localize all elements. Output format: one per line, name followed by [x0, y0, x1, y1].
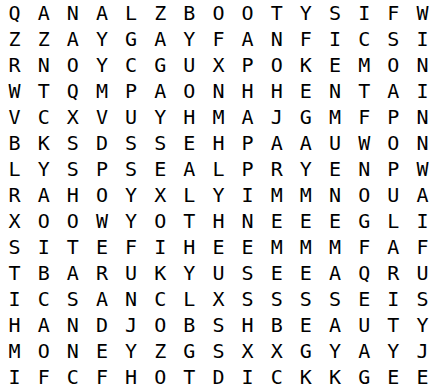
- grid-cell-r11c2[interactable]: B: [29, 260, 58, 286]
- grid-cell-r9c15[interactable]: I: [408, 208, 437, 234]
- grid-cell-r5c7[interactable]: H: [175, 104, 204, 130]
- grid-cell-r14c13[interactable]: A: [350, 338, 379, 364]
- grid-cell-r2c6[interactable]: A: [146, 26, 175, 52]
- grid-cell-r7c11[interactable]: Y: [291, 156, 320, 182]
- grid-cell-r8c10[interactable]: M: [262, 182, 291, 208]
- grid-cell-r10c6[interactable]: I: [146, 234, 175, 260]
- grid-cell-r2c3[interactable]: A: [58, 26, 87, 52]
- grid-cell-r13c9[interactable]: H: [233, 312, 262, 338]
- grid-cell-r8c7[interactable]: L: [175, 182, 204, 208]
- grid-cell-r1c10[interactable]: T: [262, 0, 291, 26]
- grid-cell-r4c4[interactable]: M: [87, 78, 116, 104]
- grid-cell-r8c9[interactable]: I: [233, 182, 262, 208]
- grid-cell-r1c5[interactable]: L: [117, 0, 146, 26]
- grid-cell-r1c4[interactable]: A: [87, 0, 116, 26]
- grid-cell-r1c12[interactable]: S: [320, 0, 349, 26]
- grid-cell-r13c8[interactable]: S: [204, 312, 233, 338]
- grid-cell-r11c14[interactable]: R: [379, 260, 408, 286]
- grid-cell-r10c14[interactable]: A: [379, 234, 408, 260]
- grid-cell-r15c3[interactable]: C: [58, 364, 87, 390]
- grid-cell-r2c5[interactable]: G: [117, 26, 146, 52]
- grid-cell-r15c4[interactable]: F: [87, 364, 116, 390]
- grid-cell-r8c13[interactable]: O: [350, 182, 379, 208]
- grid-cell-r5c1[interactable]: V: [0, 104, 29, 130]
- grid-cell-r4c1[interactable]: W: [0, 78, 29, 104]
- grid-cell-r6c3[interactable]: S: [58, 130, 87, 156]
- grid-cell-r5c4[interactable]: V: [87, 104, 116, 130]
- grid-cell-r14c5[interactable]: Y: [117, 338, 146, 364]
- grid-cell-r9c9[interactable]: N: [233, 208, 262, 234]
- grid-cell-r11c8[interactable]: U: [204, 260, 233, 286]
- grid-cell-r13c13[interactable]: U: [350, 312, 379, 338]
- grid-cell-r10c10[interactable]: M: [262, 234, 291, 260]
- grid-cell-r5c3[interactable]: X: [58, 104, 87, 130]
- grid-cell-r14c3[interactable]: N: [58, 338, 87, 364]
- grid-cell-r14c12[interactable]: Y: [320, 338, 349, 364]
- grid-cell-r9c1[interactable]: X: [0, 208, 29, 234]
- grid-cell-r10c5[interactable]: F: [117, 234, 146, 260]
- grid-cell-r11c6[interactable]: K: [146, 260, 175, 286]
- grid-cell-r1c8[interactable]: O: [204, 0, 233, 26]
- grid-cell-r7c8[interactable]: L: [204, 156, 233, 182]
- grid-cell-r3c8[interactable]: X: [204, 52, 233, 78]
- grid-cell-r5c13[interactable]: F: [350, 104, 379, 130]
- grid-cell-r11c10[interactable]: E: [262, 260, 291, 286]
- grid-cell-r8c3[interactable]: H: [58, 182, 87, 208]
- grid-cell-r7c6[interactable]: E: [146, 156, 175, 182]
- grid-cell-r12c8[interactable]: X: [204, 286, 233, 312]
- grid-cell-r1c3[interactable]: N: [58, 0, 87, 26]
- grid-cell-r6c9[interactable]: P: [233, 130, 262, 156]
- grid-cell-r1c6[interactable]: Z: [146, 0, 175, 26]
- grid-cell-r15c9[interactable]: I: [233, 364, 262, 390]
- grid-cell-r7c14[interactable]: P: [379, 156, 408, 182]
- grid-cell-r14c10[interactable]: X: [262, 338, 291, 364]
- grid-cell-r5c9[interactable]: A: [233, 104, 262, 130]
- grid-cell-r12c9[interactable]: S: [233, 286, 262, 312]
- grid-cell-r15c8[interactable]: D: [204, 364, 233, 390]
- grid-cell-r12c7[interactable]: L: [175, 286, 204, 312]
- grid-cell-r11c15[interactable]: U: [408, 260, 437, 286]
- grid-cell-r11c7[interactable]: Y: [175, 260, 204, 286]
- grid-cell-r5c14[interactable]: P: [379, 104, 408, 130]
- grid-cell-r12c11[interactable]: S: [291, 286, 320, 312]
- grid-cell-r11c1[interactable]: T: [0, 260, 29, 286]
- grid-cell-r13c12[interactable]: A: [320, 312, 349, 338]
- grid-cell-r13c3[interactable]: N: [58, 312, 87, 338]
- grid-cell-r7c13[interactable]: N: [350, 156, 379, 182]
- grid-cell-r2c10[interactable]: N: [262, 26, 291, 52]
- grid-cell-r7c4[interactable]: P: [87, 156, 116, 182]
- grid-cell-r4c13[interactable]: T: [350, 78, 379, 104]
- grid-cell-r12c14[interactable]: I: [379, 286, 408, 312]
- grid-cell-r7c12[interactable]: E: [320, 156, 349, 182]
- grid-cell-r14c14[interactable]: Y: [379, 338, 408, 364]
- grid-cell-r15c7[interactable]: T: [175, 364, 204, 390]
- grid-cell-r5c15[interactable]: N: [408, 104, 437, 130]
- grid-cell-r11c13[interactable]: Q: [350, 260, 379, 286]
- grid-cell-r7c9[interactable]: P: [233, 156, 262, 182]
- grid-cell-r9c8[interactable]: H: [204, 208, 233, 234]
- grid-cell-r4c15[interactable]: I: [408, 78, 437, 104]
- grid-cell-r7c5[interactable]: S: [117, 156, 146, 182]
- grid-cell-r15c13[interactable]: G: [350, 364, 379, 390]
- grid-cell-r1c14[interactable]: F: [379, 0, 408, 26]
- grid-cell-r14c4[interactable]: E: [87, 338, 116, 364]
- grid-cell-r10c3[interactable]: T: [58, 234, 87, 260]
- grid-cell-r6c8[interactable]: H: [204, 130, 233, 156]
- grid-cell-r2c2[interactable]: Z: [29, 26, 58, 52]
- grid-cell-r1c15[interactable]: W: [408, 0, 437, 26]
- grid-cell-r2c9[interactable]: A: [233, 26, 262, 52]
- grid-cell-r3c13[interactable]: M: [350, 52, 379, 78]
- grid-cell-r6c10[interactable]: A: [262, 130, 291, 156]
- grid-cell-r13c6[interactable]: O: [146, 312, 175, 338]
- grid-cell-r3c7[interactable]: U: [175, 52, 204, 78]
- grid-cell-r9c5[interactable]: Y: [117, 208, 146, 234]
- grid-cell-r15c15[interactable]: E: [408, 364, 437, 390]
- grid-cell-r11c12[interactable]: A: [320, 260, 349, 286]
- grid-cell-r6c11[interactable]: A: [291, 130, 320, 156]
- grid-cell-r13c14[interactable]: T: [379, 312, 408, 338]
- grid-cell-r12c2[interactable]: C: [29, 286, 58, 312]
- grid-cell-r3c10[interactable]: O: [262, 52, 291, 78]
- grid-cell-r5c11[interactable]: G: [291, 104, 320, 130]
- grid-cell-r12c3[interactable]: S: [58, 286, 87, 312]
- grid-cell-r2c7[interactable]: Y: [175, 26, 204, 52]
- grid-cell-r3c14[interactable]: O: [379, 52, 408, 78]
- grid-cell-r9c7[interactable]: T: [175, 208, 204, 234]
- grid-cell-r4c7[interactable]: O: [175, 78, 204, 104]
- grid-cell-r5c6[interactable]: Y: [146, 104, 175, 130]
- grid-cell-r4c6[interactable]: A: [146, 78, 175, 104]
- grid-cell-r9c3[interactable]: O: [58, 208, 87, 234]
- grid-cell-r10c15[interactable]: F: [408, 234, 437, 260]
- grid-cell-r1c13[interactable]: I: [350, 0, 379, 26]
- grid-cell-r2c11[interactable]: F: [291, 26, 320, 52]
- grid-cell-r3c2[interactable]: N: [29, 52, 58, 78]
- grid-cell-r5c12[interactable]: M: [320, 104, 349, 130]
- grid-cell-r15c10[interactable]: C: [262, 364, 291, 390]
- grid-cell-r13c4[interactable]: D: [87, 312, 116, 338]
- grid-cell-r8c8[interactable]: Y: [204, 182, 233, 208]
- grid-cell-r15c12[interactable]: K: [320, 364, 349, 390]
- word-search-grid: QANALZBOOTYSIFWZZAYGAYFANFICSIRNOYCGUXPO…: [0, 0, 437, 390]
- grid-cell-r3c12[interactable]: E: [320, 52, 349, 78]
- grid-cell-r4c14[interactable]: A: [379, 78, 408, 104]
- grid-cell-r7c15[interactable]: W: [408, 156, 437, 182]
- grid-cell-r7c2[interactable]: Y: [29, 156, 58, 182]
- grid-cell-r2c8[interactable]: F: [204, 26, 233, 52]
- grid-cell-r8c1[interactable]: R: [0, 182, 29, 208]
- grid-cell-r5c10[interactable]: J: [262, 104, 291, 130]
- grid-cell-r9c12[interactable]: E: [320, 208, 349, 234]
- grid-cell-r14c6[interactable]: Z: [146, 338, 175, 364]
- grid-cell-r6c1[interactable]: B: [0, 130, 29, 156]
- grid-cell-r12c12[interactable]: S: [320, 286, 349, 312]
- grid-cell-r13c15[interactable]: Y: [408, 312, 437, 338]
- grid-cell-r10c11[interactable]: M: [291, 234, 320, 260]
- grid-cell-r9c11[interactable]: E: [291, 208, 320, 234]
- grid-cell-r5c8[interactable]: M: [204, 104, 233, 130]
- grid-cell-r7c7[interactable]: A: [175, 156, 204, 182]
- grid-cell-r12c5[interactable]: N: [117, 286, 146, 312]
- grid-cell-r12c15[interactable]: S: [408, 286, 437, 312]
- grid-cell-r6c13[interactable]: W: [350, 130, 379, 156]
- grid-cell-r4c2[interactable]: T: [29, 78, 58, 104]
- grid-cell-r8c15[interactable]: A: [408, 182, 437, 208]
- grid-cell-r10c1[interactable]: S: [0, 234, 29, 260]
- grid-cell-r10c12[interactable]: M: [320, 234, 349, 260]
- grid-cell-r4c3[interactable]: Q: [58, 78, 87, 104]
- grid-cell-r3c3[interactable]: O: [58, 52, 87, 78]
- grid-cell-r14c7[interactable]: G: [175, 338, 204, 364]
- grid-cell-r12c4[interactable]: A: [87, 286, 116, 312]
- grid-cell-r15c11[interactable]: K: [291, 364, 320, 390]
- grid-cell-r6c4[interactable]: D: [87, 130, 116, 156]
- grid-cell-r6c12[interactable]: U: [320, 130, 349, 156]
- grid-cell-r6c5[interactable]: S: [117, 130, 146, 156]
- grid-cell-r14c8[interactable]: S: [204, 338, 233, 364]
- grid-cell-r6c7[interactable]: E: [175, 130, 204, 156]
- grid-cell-r8c4[interactable]: O: [87, 182, 116, 208]
- grid-cell-r15c1[interactable]: I: [0, 364, 29, 390]
- grid-cell-r7c3[interactable]: S: [58, 156, 87, 182]
- grid-cell-r1c7[interactable]: B: [175, 0, 204, 26]
- grid-cell-r14c15[interactable]: J: [408, 338, 437, 364]
- grid-cell-r8c14[interactable]: U: [379, 182, 408, 208]
- grid-cell-r10c4[interactable]: E: [87, 234, 116, 260]
- grid-cell-r3c1[interactable]: R: [0, 52, 29, 78]
- grid-cell-r13c5[interactable]: J: [117, 312, 146, 338]
- grid-cell-r5c5[interactable]: U: [117, 104, 146, 130]
- grid-cell-r9c6[interactable]: O: [146, 208, 175, 234]
- grid-cell-r12c1[interactable]: I: [0, 286, 29, 312]
- grid-cell-r15c14[interactable]: E: [379, 364, 408, 390]
- grid-cell-r13c10[interactable]: B: [262, 312, 291, 338]
- grid-cell-r15c6[interactable]: O: [146, 364, 175, 390]
- grid-cell-r1c11[interactable]: Y: [291, 0, 320, 26]
- grid-cell-r14c11[interactable]: G: [291, 338, 320, 364]
- grid-cell-r3c9[interactable]: P: [233, 52, 262, 78]
- grid-cell-r2c13[interactable]: C: [350, 26, 379, 52]
- grid-cell-r3c5[interactable]: C: [117, 52, 146, 78]
- grid-cell-r9c13[interactable]: G: [350, 208, 379, 234]
- grid-cell-r4c8[interactable]: N: [204, 78, 233, 104]
- grid-cell-r9c4[interactable]: W: [87, 208, 116, 234]
- grid-cell-r11c11[interactable]: E: [291, 260, 320, 286]
- grid-cell-r2c1[interactable]: Z: [0, 26, 29, 52]
- grid-cell-r8c5[interactable]: Y: [117, 182, 146, 208]
- grid-cell-r3c4[interactable]: Y: [87, 52, 116, 78]
- grid-cell-r8c12[interactable]: N: [320, 182, 349, 208]
- grid-cell-r3c6[interactable]: G: [146, 52, 175, 78]
- grid-cell-r1c1[interactable]: Q: [0, 0, 29, 26]
- grid-cell-r4c9[interactable]: H: [233, 78, 262, 104]
- grid-cell-r2c12[interactable]: I: [320, 26, 349, 52]
- grid-cell-r11c5[interactable]: U: [117, 260, 146, 286]
- grid-cell-r2c15[interactable]: I: [408, 26, 437, 52]
- grid-cell-r8c2[interactable]: A: [29, 182, 58, 208]
- grid-cell-r12c6[interactable]: C: [146, 286, 175, 312]
- grid-cell-r11c4[interactable]: R: [87, 260, 116, 286]
- grid-cell-r2c4[interactable]: Y: [87, 26, 116, 52]
- grid-cell-r6c2[interactable]: K: [29, 130, 58, 156]
- grid-cell-r13c1[interactable]: H: [0, 312, 29, 338]
- grid-cell-r4c5[interactable]: P: [117, 78, 146, 104]
- grid-cell-r9c14[interactable]: L: [379, 208, 408, 234]
- grid-cell-r14c1[interactable]: M: [0, 338, 29, 364]
- grid-cell-r13c7[interactable]: B: [175, 312, 204, 338]
- grid-cell-r15c2[interactable]: F: [29, 364, 58, 390]
- grid-cell-r13c11[interactable]: E: [291, 312, 320, 338]
- grid-cell-r3c11[interactable]: K: [291, 52, 320, 78]
- grid-cell-r10c13[interactable]: F: [350, 234, 379, 260]
- grid-cell-r14c2[interactable]: O: [29, 338, 58, 364]
- grid-cell-r10c9[interactable]: E: [233, 234, 262, 260]
- grid-cell-r10c8[interactable]: E: [204, 234, 233, 260]
- grid-cell-r4c10[interactable]: H: [262, 78, 291, 104]
- grid-cell-r2c14[interactable]: S: [379, 26, 408, 52]
- grid-cell-r10c7[interactable]: H: [175, 234, 204, 260]
- grid-cell-r12c13[interactable]: E: [350, 286, 379, 312]
- grid-cell-r9c10[interactable]: E: [262, 208, 291, 234]
- grid-cell-r1c9[interactable]: O: [233, 0, 262, 26]
- grid-cell-r12c10[interactable]: S: [262, 286, 291, 312]
- grid-cell-r11c9[interactable]: S: [233, 260, 262, 286]
- grid-cell-r1c2[interactable]: A: [29, 0, 58, 26]
- grid-cell-r8c6[interactable]: X: [146, 182, 175, 208]
- grid-cell-r4c11[interactable]: E: [291, 78, 320, 104]
- grid-cell-r7c10[interactable]: R: [262, 156, 291, 182]
- grid-cell-r13c2[interactable]: A: [29, 312, 58, 338]
- grid-cell-r5c2[interactable]: C: [29, 104, 58, 130]
- grid-cell-r15c5[interactable]: H: [117, 364, 146, 390]
- grid-cell-r14c9[interactable]: X: [233, 338, 262, 364]
- grid-cell-r4c12[interactable]: N: [320, 78, 349, 104]
- grid-cell-r10c2[interactable]: I: [29, 234, 58, 260]
- grid-cell-r6c15[interactable]: N: [408, 130, 437, 156]
- grid-cell-r8c11[interactable]: M: [291, 182, 320, 208]
- grid-cell-r6c6[interactable]: S: [146, 130, 175, 156]
- grid-cell-r3c15[interactable]: N: [408, 52, 437, 78]
- grid-cell-r6c14[interactable]: O: [379, 130, 408, 156]
- grid-cell-r7c1[interactable]: L: [0, 156, 29, 182]
- grid-cell-r11c3[interactable]: A: [58, 260, 87, 286]
- grid-cell-r9c2[interactable]: O: [29, 208, 58, 234]
